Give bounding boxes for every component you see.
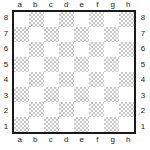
square-a4[interactable] [14, 72, 29, 87]
file-label-h: h [121, 135, 137, 145]
square-h4[interactable] [119, 72, 134, 87]
square-a6[interactable] [14, 42, 29, 57]
square-f7[interactable] [89, 27, 104, 42]
square-e8[interactable] [74, 12, 89, 27]
square-h6[interactable] [119, 42, 134, 57]
square-d4[interactable] [59, 72, 74, 87]
square-g6[interactable] [104, 42, 119, 57]
rank-label-6: 6 [137, 41, 149, 57]
square-c2[interactable] [44, 102, 59, 117]
file-labels-top: abcdefgh [12, 0, 136, 10]
square-f8[interactable] [89, 12, 104, 27]
file-labels-bottom: abcdefgh [12, 135, 136, 145]
square-a7[interactable] [14, 27, 29, 42]
rank-label-3: 3 [137, 88, 149, 104]
file-label-e: e [74, 135, 90, 145]
square-c5[interactable] [44, 57, 59, 72]
square-g4[interactable] [104, 72, 119, 87]
rank-label-3: 3 [0, 88, 12, 104]
square-f5[interactable] [89, 57, 104, 72]
square-e1[interactable] [74, 117, 89, 132]
rank-label-2: 2 [137, 103, 149, 119]
square-d5[interactable] [59, 57, 74, 72]
square-h1[interactable] [119, 117, 134, 132]
file-label-h: h [121, 0, 137, 10]
square-f2[interactable] [89, 102, 104, 117]
rank-label-4: 4 [0, 72, 12, 88]
square-d8[interactable] [59, 12, 74, 27]
rank-label-5: 5 [137, 57, 149, 73]
file-label-d: d [59, 0, 75, 10]
file-label-c: c [43, 0, 59, 10]
square-f6[interactable] [89, 42, 104, 57]
file-label-f: f [90, 135, 106, 145]
rank-label-8: 8 [137, 10, 149, 26]
rank-label-7: 7 [137, 26, 149, 42]
square-b2[interactable] [29, 102, 44, 117]
file-label-b: b [28, 0, 44, 10]
square-e6[interactable] [74, 42, 89, 57]
square-f4[interactable] [89, 72, 104, 87]
file-label-a: a [12, 135, 28, 145]
square-b4[interactable] [29, 72, 44, 87]
square-f3[interactable] [89, 87, 104, 102]
square-a3[interactable] [14, 87, 29, 102]
square-d6[interactable] [59, 42, 74, 57]
square-e5[interactable] [74, 57, 89, 72]
square-c8[interactable] [44, 12, 59, 27]
square-b3[interactable] [29, 87, 44, 102]
square-g7[interactable] [104, 27, 119, 42]
square-e4[interactable] [74, 72, 89, 87]
square-h7[interactable] [119, 27, 134, 42]
square-c3[interactable] [44, 87, 59, 102]
rank-label-1: 1 [0, 119, 12, 135]
square-b1[interactable] [29, 117, 44, 132]
square-g8[interactable] [104, 12, 119, 27]
square-g3[interactable] [104, 87, 119, 102]
file-label-d: d [59, 135, 75, 145]
square-h3[interactable] [119, 87, 134, 102]
file-label-e: e [74, 0, 90, 10]
square-h2[interactable] [119, 102, 134, 117]
square-e7[interactable] [74, 27, 89, 42]
square-g1[interactable] [104, 117, 119, 132]
rank-label-5: 5 [0, 57, 12, 73]
square-c7[interactable] [44, 27, 59, 42]
file-label-a: a [12, 0, 28, 10]
square-b6[interactable] [29, 42, 44, 57]
square-b7[interactable] [29, 27, 44, 42]
rank-label-1: 1 [137, 119, 149, 135]
chess-diagram: abcdefgh 87654321 87654321 abcdefgh [0, 0, 150, 150]
square-g2[interactable] [104, 102, 119, 117]
square-d7[interactable] [59, 27, 74, 42]
rank-label-4: 4 [137, 72, 149, 88]
square-d3[interactable] [59, 87, 74, 102]
square-d1[interactable] [59, 117, 74, 132]
square-g5[interactable] [104, 57, 119, 72]
rank-label-2: 2 [0, 103, 12, 119]
square-e2[interactable] [74, 102, 89, 117]
rank-labels-left: 87654321 [0, 10, 12, 134]
square-a8[interactable] [14, 12, 29, 27]
square-c6[interactable] [44, 42, 59, 57]
rank-labels-right: 87654321 [137, 10, 149, 134]
file-label-b: b [28, 135, 44, 145]
file-label-g: g [105, 0, 121, 10]
file-label-g: g [105, 135, 121, 145]
square-f1[interactable] [89, 117, 104, 132]
rank-label-7: 7 [0, 26, 12, 42]
square-a5[interactable] [14, 57, 29, 72]
square-e3[interactable] [74, 87, 89, 102]
file-label-c: c [43, 135, 59, 145]
square-c4[interactable] [44, 72, 59, 87]
file-label-f: f [90, 0, 106, 10]
square-a1[interactable] [14, 117, 29, 132]
chess-board [12, 10, 136, 134]
rank-label-6: 6 [0, 41, 12, 57]
square-a2[interactable] [14, 102, 29, 117]
rank-label-8: 8 [0, 10, 12, 26]
square-d2[interactable] [59, 102, 74, 117]
square-c1[interactable] [44, 117, 59, 132]
square-b5[interactable] [29, 57, 44, 72]
square-h5[interactable] [119, 57, 134, 72]
square-b8[interactable] [29, 12, 44, 27]
square-h8[interactable] [119, 12, 134, 27]
